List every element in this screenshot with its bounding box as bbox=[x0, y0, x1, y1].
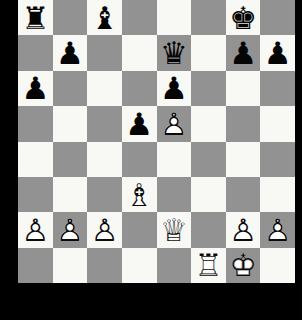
square-d8[interactable] bbox=[122, 0, 157, 35]
square-b3[interactable] bbox=[53, 177, 88, 212]
square-d5[interactable]: ♟ bbox=[122, 106, 157, 141]
square-a8[interactable]: ♜ bbox=[18, 0, 53, 35]
square-h8[interactable] bbox=[260, 0, 295, 35]
black-pawn[interactable]: ♟ bbox=[122, 106, 157, 141]
square-b6[interactable] bbox=[53, 71, 88, 106]
white-pawn-fill: ♟ bbox=[260, 212, 295, 247]
square-b1[interactable] bbox=[53, 248, 88, 283]
chess-board-diagram: ♜♝♚♟♛♟♟♟♟♟♟♙♝♗♟♙♟♙♟♙♛♕♟♙♟♙♜♖♚♔ bbox=[0, 0, 302, 320]
black-queen[interactable]: ♛ bbox=[157, 35, 192, 70]
square-e4[interactable] bbox=[157, 142, 192, 177]
square-a2[interactable]: ♟♙ bbox=[18, 212, 53, 247]
square-e7[interactable]: ♛ bbox=[157, 35, 192, 70]
square-f8[interactable] bbox=[191, 0, 226, 35]
square-c7[interactable] bbox=[87, 35, 122, 70]
white-pawn[interactable]: ♙ bbox=[157, 106, 192, 141]
square-f7[interactable] bbox=[191, 35, 226, 70]
square-a1[interactable] bbox=[18, 248, 53, 283]
square-c1[interactable] bbox=[87, 248, 122, 283]
square-b7[interactable]: ♟ bbox=[53, 35, 88, 70]
white-queen[interactable]: ♕ bbox=[157, 212, 192, 247]
square-e8[interactable] bbox=[157, 0, 192, 35]
square-f1[interactable]: ♜♖ bbox=[191, 248, 226, 283]
square-b8[interactable] bbox=[53, 0, 88, 35]
white-pawn[interactable]: ♙ bbox=[226, 212, 261, 247]
square-a6[interactable]: ♟ bbox=[18, 71, 53, 106]
square-h1[interactable] bbox=[260, 248, 295, 283]
square-a7[interactable] bbox=[18, 35, 53, 70]
square-a5[interactable] bbox=[18, 106, 53, 141]
black-pawn[interactable]: ♟ bbox=[226, 35, 261, 70]
white-pawn-fill: ♟ bbox=[226, 212, 261, 247]
white-pawn[interactable]: ♙ bbox=[260, 212, 295, 247]
square-e6[interactable]: ♟ bbox=[157, 71, 192, 106]
square-g2[interactable]: ♟♙ bbox=[226, 212, 261, 247]
square-d3[interactable]: ♝♗ bbox=[122, 177, 157, 212]
square-e3[interactable] bbox=[157, 177, 192, 212]
white-pawn-fill: ♟ bbox=[53, 212, 88, 247]
square-f4[interactable] bbox=[191, 142, 226, 177]
square-g1[interactable]: ♚♔ bbox=[226, 248, 261, 283]
square-c5[interactable] bbox=[87, 106, 122, 141]
white-pawn[interactable]: ♙ bbox=[18, 212, 53, 247]
square-f5[interactable] bbox=[191, 106, 226, 141]
square-b4[interactable] bbox=[53, 142, 88, 177]
white-pawn-fill: ♟ bbox=[157, 106, 192, 141]
square-g6[interactable] bbox=[226, 71, 261, 106]
square-d1[interactable] bbox=[122, 248, 157, 283]
square-h5[interactable] bbox=[260, 106, 295, 141]
black-pawn[interactable]: ♟ bbox=[260, 35, 295, 70]
square-d6[interactable] bbox=[122, 71, 157, 106]
square-c4[interactable] bbox=[87, 142, 122, 177]
black-pawn[interactable]: ♟ bbox=[18, 71, 53, 106]
square-f2[interactable] bbox=[191, 212, 226, 247]
black-pawn[interactable]: ♟ bbox=[157, 71, 192, 106]
white-rook-fill: ♜ bbox=[191, 248, 226, 283]
white-king[interactable]: ♔ bbox=[226, 248, 261, 283]
square-g7[interactable]: ♟ bbox=[226, 35, 261, 70]
white-pawn-fill: ♟ bbox=[18, 212, 53, 247]
square-g5[interactable] bbox=[226, 106, 261, 141]
black-king[interactable]: ♚ bbox=[226, 0, 261, 35]
square-h6[interactable] bbox=[260, 71, 295, 106]
square-e5[interactable]: ♟♙ bbox=[157, 106, 192, 141]
square-d4[interactable] bbox=[122, 142, 157, 177]
black-pawn[interactable]: ♟ bbox=[53, 35, 88, 70]
white-king-fill: ♚ bbox=[226, 248, 261, 283]
square-d2[interactable] bbox=[122, 212, 157, 247]
square-b2[interactable]: ♟♙ bbox=[53, 212, 88, 247]
square-h4[interactable] bbox=[260, 142, 295, 177]
square-c3[interactable] bbox=[87, 177, 122, 212]
square-a4[interactable] bbox=[18, 142, 53, 177]
white-pawn[interactable]: ♙ bbox=[53, 212, 88, 247]
chess-board: ♜♝♚♟♛♟♟♟♟♟♟♙♝♗♟♙♟♙♟♙♛♕♟♙♟♙♜♖♚♔ bbox=[18, 0, 295, 283]
square-e1[interactable] bbox=[157, 248, 192, 283]
black-bishop[interactable]: ♝ bbox=[87, 0, 122, 35]
white-pawn[interactable]: ♙ bbox=[87, 212, 122, 247]
square-g4[interactable] bbox=[226, 142, 261, 177]
square-g3[interactable] bbox=[226, 177, 261, 212]
square-g8[interactable]: ♚ bbox=[226, 0, 261, 35]
square-b5[interactable] bbox=[53, 106, 88, 141]
black-rook[interactable]: ♜ bbox=[18, 0, 53, 35]
square-c2[interactable]: ♟♙ bbox=[87, 212, 122, 247]
square-d7[interactable] bbox=[122, 35, 157, 70]
square-e2[interactable]: ♛♕ bbox=[157, 212, 192, 247]
white-rook[interactable]: ♖ bbox=[191, 248, 226, 283]
square-f3[interactable] bbox=[191, 177, 226, 212]
white-bishop[interactable]: ♗ bbox=[122, 177, 157, 212]
white-queen-fill: ♛ bbox=[157, 212, 192, 247]
square-f6[interactable] bbox=[191, 71, 226, 106]
square-h7[interactable]: ♟ bbox=[260, 35, 295, 70]
square-c8[interactable]: ♝ bbox=[87, 0, 122, 35]
white-bishop-fill: ♝ bbox=[122, 177, 157, 212]
square-c6[interactable] bbox=[87, 71, 122, 106]
square-h3[interactable] bbox=[260, 177, 295, 212]
square-a3[interactable] bbox=[18, 177, 53, 212]
white-pawn-fill: ♟ bbox=[87, 212, 122, 247]
square-h2[interactable]: ♟♙ bbox=[260, 212, 295, 247]
